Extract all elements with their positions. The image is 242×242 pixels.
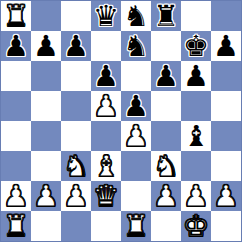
- square-e4[interactable]: ♟: [121, 121, 151, 151]
- white-pawn[interactable]: ♟: [93, 91, 119, 121]
- white-knight[interactable]: ♞: [153, 151, 179, 181]
- square-f2[interactable]: ♟: [151, 181, 181, 211]
- square-h8[interactable]: [211, 1, 241, 31]
- white-pawn[interactable]: ♟: [63, 181, 89, 211]
- square-f4[interactable]: [151, 121, 181, 151]
- white-queen[interactable]: ♛: [93, 181, 119, 211]
- square-c4[interactable]: [61, 121, 91, 151]
- white-rook[interactable]: ♜: [123, 211, 149, 241]
- square-a2[interactable]: ♟: [1, 181, 31, 211]
- square-c3[interactable]: ♞: [61, 151, 91, 181]
- square-c8[interactable]: [61, 1, 91, 31]
- black-pawn[interactable]: ♟: [213, 31, 239, 61]
- square-e5[interactable]: ♟: [121, 91, 151, 121]
- white-pawn[interactable]: ♟: [33, 181, 59, 211]
- square-e6[interactable]: [121, 61, 151, 91]
- square-a3[interactable]: [1, 151, 31, 181]
- square-f5[interactable]: [151, 91, 181, 121]
- square-c6[interactable]: [61, 61, 91, 91]
- square-c7[interactable]: ♟: [61, 31, 91, 61]
- square-b4[interactable]: [31, 121, 61, 151]
- black-rook[interactable]: ♜: [153, 1, 179, 31]
- square-g6[interactable]: ♟: [181, 61, 211, 91]
- black-pawn[interactable]: ♟: [3, 31, 29, 61]
- square-e3[interactable]: [121, 151, 151, 181]
- square-f6[interactable]: ♟: [151, 61, 181, 91]
- square-d7[interactable]: [91, 31, 121, 61]
- square-f3[interactable]: ♞: [151, 151, 181, 181]
- black-pawn[interactable]: ♟: [123, 91, 149, 121]
- square-g5[interactable]: [181, 91, 211, 121]
- square-b8[interactable]: [31, 1, 61, 31]
- square-e1[interactable]: ♜: [121, 211, 151, 241]
- black-king[interactable]: ♚: [183, 31, 209, 61]
- square-a7[interactable]: ♟: [1, 31, 31, 61]
- square-b1[interactable]: [31, 211, 61, 241]
- square-b7[interactable]: ♟: [31, 31, 61, 61]
- square-b5[interactable]: [31, 91, 61, 121]
- white-pawn[interactable]: ♟: [123, 121, 149, 151]
- square-d6[interactable]: ♟: [91, 61, 121, 91]
- square-h4[interactable]: [211, 121, 241, 151]
- chess-board: ♜♛♞♜♟♟♟♞♚♟♟♟♟♟♟♟♝♞♝♞♟♟♟♛♟♟♟♜♜♚: [0, 0, 242, 242]
- white-pawn[interactable]: ♟: [183, 181, 209, 211]
- square-d4[interactable]: [91, 121, 121, 151]
- square-h3[interactable]: [211, 151, 241, 181]
- square-e8[interactable]: ♞: [121, 1, 151, 31]
- square-f1[interactable]: [151, 211, 181, 241]
- square-g4[interactable]: ♝: [181, 121, 211, 151]
- square-c2[interactable]: ♟: [61, 181, 91, 211]
- square-h2[interactable]: ♟: [211, 181, 241, 211]
- black-pawn[interactable]: ♟: [183, 61, 209, 91]
- square-d2[interactable]: ♛: [91, 181, 121, 211]
- white-rook[interactable]: ♜: [3, 1, 29, 31]
- square-h1[interactable]: [211, 211, 241, 241]
- black-knight[interactable]: ♞: [123, 31, 149, 61]
- square-g8[interactable]: [181, 1, 211, 31]
- square-e7[interactable]: ♞: [121, 31, 151, 61]
- square-h7[interactable]: ♟: [211, 31, 241, 61]
- square-a8[interactable]: ♜: [1, 1, 31, 31]
- white-king[interactable]: ♚: [183, 211, 209, 241]
- square-c1[interactable]: [61, 211, 91, 241]
- black-pawn[interactable]: ♟: [63, 31, 89, 61]
- square-g7[interactable]: ♚: [181, 31, 211, 61]
- square-d3[interactable]: ♝: [91, 151, 121, 181]
- black-pawn[interactable]: ♟: [93, 61, 119, 91]
- black-queen[interactable]: ♛: [93, 1, 119, 31]
- black-pawn[interactable]: ♟: [153, 61, 179, 91]
- black-knight[interactable]: ♞: [123, 1, 149, 31]
- square-a5[interactable]: [1, 91, 31, 121]
- square-g2[interactable]: ♟: [181, 181, 211, 211]
- square-b2[interactable]: ♟: [31, 181, 61, 211]
- square-f7[interactable]: [151, 31, 181, 61]
- square-g3[interactable]: [181, 151, 211, 181]
- square-a4[interactable]: [1, 121, 31, 151]
- white-rook[interactable]: ♜: [3, 211, 29, 241]
- square-d1[interactable]: [91, 211, 121, 241]
- square-g1[interactable]: ♚: [181, 211, 211, 241]
- white-pawn[interactable]: ♟: [153, 181, 179, 211]
- square-h6[interactable]: [211, 61, 241, 91]
- square-c5[interactable]: [61, 91, 91, 121]
- white-pawn[interactable]: ♟: [3, 181, 29, 211]
- black-bishop[interactable]: ♝: [183, 121, 209, 151]
- square-d5[interactable]: ♟: [91, 91, 121, 121]
- white-knight[interactable]: ♞: [63, 151, 89, 181]
- square-f8[interactable]: ♜: [151, 1, 181, 31]
- square-a6[interactable]: [1, 61, 31, 91]
- black-pawn[interactable]: ♟: [33, 31, 59, 61]
- square-d8[interactable]: ♛: [91, 1, 121, 31]
- square-b3[interactable]: [31, 151, 61, 181]
- white-pawn[interactable]: ♟: [213, 181, 239, 211]
- white-bishop[interactable]: ♝: [93, 151, 119, 181]
- square-e2[interactable]: [121, 181, 151, 211]
- square-a1[interactable]: ♜: [1, 211, 31, 241]
- square-h5[interactable]: [211, 91, 241, 121]
- square-b6[interactable]: [31, 61, 61, 91]
